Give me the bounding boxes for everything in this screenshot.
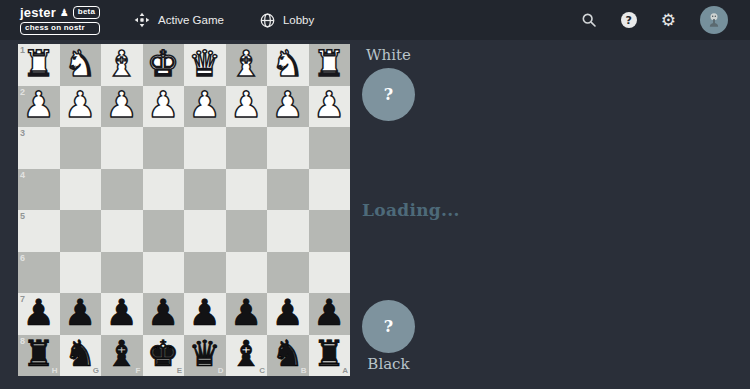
file-label: D [218,366,224,375]
square-f8[interactable]: F♝ [101,335,143,377]
black-p-piece: ♟ [313,295,345,331]
rank-label: 6 [20,253,25,263]
square-c2[interactable]: ♟ [226,86,268,128]
rank-label: 2 [20,87,25,97]
file-label: A [342,366,348,375]
square-h2[interactable]: 2♟ [18,86,60,128]
top-bar: jester ♟ beta chess on nostr Active Game [0,0,750,40]
square-f7[interactable]: ♟ [101,293,143,335]
square-d3[interactable] [184,127,226,169]
white-p-piece: ♟ [313,87,345,123]
file-label: H [52,366,58,375]
file-label: E [177,366,182,375]
black-p-piece: ♟ [230,295,262,331]
black-p-piece: ♟ [189,295,221,331]
file-label: B [301,366,307,375]
square-b1[interactable]: ♞ [267,44,309,86]
black-n-piece: ♞ [272,336,304,372]
beta-badge: beta [73,6,100,19]
square-c7[interactable]: ♟ [226,293,268,335]
square-a4[interactable] [309,169,351,211]
square-h3[interactable]: 3 [18,127,60,169]
nav-lobby-label: Lobby [283,14,314,26]
square-b6[interactable] [267,252,309,294]
white-r-piece: ♜ [313,46,345,82]
black-p-piece: ♟ [64,295,96,331]
white-k-piece: ♚ [147,46,179,82]
square-e6[interactable] [143,252,185,294]
white-p-piece: ♟ [64,87,96,123]
white-n-piece: ♞ [64,46,96,82]
black-p-piece: ♟ [147,295,179,331]
subtitle-badge: chess on nostr [20,22,100,35]
white-n-piece: ♞ [272,46,304,82]
search-icon[interactable] [581,12,597,28]
square-b5[interactable] [267,210,309,252]
user-avatar[interactable] [700,6,728,34]
black-p-piece: ♟ [23,295,55,331]
square-d6[interactable] [184,252,226,294]
square-c5[interactable] [226,210,268,252]
white-b-piece: ♝ [230,46,262,82]
app-title: jester [20,5,56,20]
square-d1[interactable]: ♛ [184,44,226,86]
move-arrows-icon [134,12,150,28]
square-c6[interactable] [226,252,268,294]
loading-status: Loading... [362,200,460,220]
black-player-label: Black [362,355,415,373]
square-b3[interactable] [267,127,309,169]
square-d4[interactable] [184,169,226,211]
file-label: G [93,366,99,375]
square-a2[interactable]: ♟ [309,86,351,128]
rank-label: 4 [20,170,25,180]
square-g8[interactable]: G♞ [60,335,102,377]
rank-label: 5 [20,211,25,221]
black-player-avatar[interactable]: ? [362,300,415,353]
square-e8[interactable]: E♚ [143,335,185,377]
square-e2[interactable]: ♟ [143,86,185,128]
square-g2[interactable]: ♟ [60,86,102,128]
file-label: C [259,366,265,375]
nav-active-game[interactable]: Active Game [134,12,224,28]
main-nav: Active Game Lobby [134,12,314,28]
square-c8[interactable]: C♝ [226,335,268,377]
square-a1[interactable]: ♜ [309,44,351,86]
white-b-piece: ♝ [106,46,138,82]
square-f3[interactable] [101,127,143,169]
white-player-avatar[interactable]: ? [362,68,415,121]
square-b2[interactable]: ♟ [267,86,309,128]
square-d5[interactable] [184,210,226,252]
square-d2[interactable]: ♟ [184,86,226,128]
square-d7[interactable]: ♟ [184,293,226,335]
white-r-piece: ♜ [23,46,55,82]
white-p-piece: ♟ [189,87,221,123]
rank-label: 7 [20,294,25,304]
square-e7[interactable]: ♟ [143,293,185,335]
square-f2[interactable]: ♟ [101,86,143,128]
square-a8[interactable]: A♜ [309,335,351,377]
square-g7[interactable]: ♟ [60,293,102,335]
square-e4[interactable] [143,169,185,211]
black-b-piece: ♝ [106,336,138,372]
square-c3[interactable] [226,127,268,169]
square-g5[interactable] [60,210,102,252]
black-p-piece: ♟ [106,295,138,331]
square-c1[interactable]: ♝ [226,44,268,86]
square-g6[interactable] [60,252,102,294]
white-p-piece: ♟ [230,87,262,123]
rank-label: 1 [20,45,25,55]
white-p-piece: ♟ [106,87,138,123]
black-r-piece: ♜ [23,336,55,372]
black-b-piece: ♝ [230,336,262,372]
white-q-piece: ♛ [189,46,221,82]
square-f5[interactable] [101,210,143,252]
black-r-piece: ♜ [313,336,345,372]
square-h1[interactable]: 1♜ [18,44,60,86]
square-e1[interactable]: ♚ [143,44,185,86]
nav-active-game-label: Active Game [158,14,224,26]
square-c4[interactable] [226,169,268,211]
square-h4[interactable]: 4 [18,169,60,211]
black-k-piece: ♚ [147,336,179,372]
black-n-piece: ♞ [64,336,96,372]
square-a6[interactable] [309,252,351,294]
square-b7[interactable]: ♟ [267,293,309,335]
chess-board[interactable]: 1♜♞♝♚♛♝♞♜2♟♟♟♟♟♟♟♟34567♟♟♟♟♟♟♟♟8H♜G♞F♝E♚… [18,44,350,376]
white-avatar-placeholder: ? [384,85,393,104]
rank-label: 8 [20,336,25,346]
settings-gear-icon[interactable]: ⚙ [661,12,676,29]
square-h5[interactable]: 5 [18,210,60,252]
app-logo[interactable]: jester ♟ beta chess on nostr [20,5,100,35]
square-h7[interactable]: 7♟ [18,293,60,335]
game-side-panel: White ? Loading... ? Black [362,44,562,389]
white-p-piece: ♟ [272,87,304,123]
square-e5[interactable] [143,210,185,252]
square-e3[interactable] [143,127,185,169]
nav-lobby[interactable]: Lobby [260,13,314,28]
pawn-icon: ♟ [60,8,69,18]
square-g1[interactable]: ♞ [60,44,102,86]
black-p-piece: ♟ [272,295,304,331]
square-f4[interactable] [101,169,143,211]
square-a3[interactable] [309,127,351,169]
white-player-label: White [362,46,415,64]
header-actions: ? ⚙ [581,6,728,34]
black-q-piece: ♛ [189,336,221,372]
square-d8[interactable]: D♛ [184,335,226,377]
square-h8[interactable]: 8H♜ [18,335,60,377]
square-h6[interactable]: 6 [18,252,60,294]
white-p-piece: ♟ [147,87,179,123]
white-p-piece: ♟ [23,87,55,123]
file-label: F [136,366,141,375]
square-b4[interactable] [267,169,309,211]
globe-icon [260,13,275,28]
square-a7[interactable]: ♟ [309,293,351,335]
black-avatar-placeholder: ? [384,317,393,336]
square-f6[interactable] [101,252,143,294]
square-b8[interactable]: B♞ [267,335,309,377]
square-f1[interactable]: ♝ [101,44,143,86]
help-icon[interactable]: ? [621,12,637,28]
square-g3[interactable] [60,127,102,169]
square-g4[interactable] [60,169,102,211]
rank-label: 3 [20,128,25,138]
square-a5[interactable] [309,210,351,252]
